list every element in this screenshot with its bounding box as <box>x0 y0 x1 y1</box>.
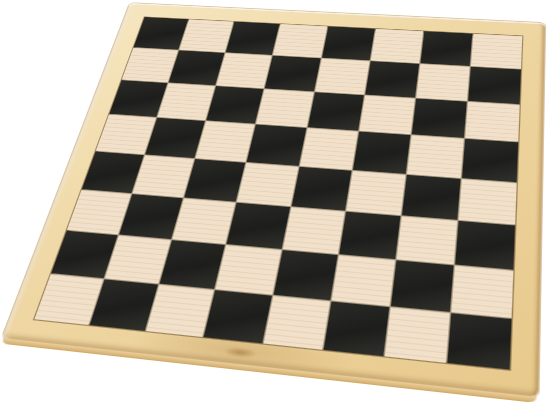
square-e7[interactable] <box>314 58 369 94</box>
square-g7[interactable] <box>416 64 470 101</box>
square-d8[interactable] <box>273 24 326 58</box>
square-h8[interactable] <box>471 34 523 69</box>
square-c7[interactable] <box>216 53 272 88</box>
square-f1[interactable] <box>323 301 389 356</box>
square-e6[interactable] <box>307 92 363 131</box>
square-f2[interactable] <box>331 255 395 306</box>
square-d2[interactable] <box>216 245 281 295</box>
square-h7[interactable] <box>468 67 521 104</box>
game-board <box>2 3 545 397</box>
square-f6[interactable] <box>359 96 415 135</box>
square-f3[interactable] <box>339 211 401 259</box>
square-g1[interactable] <box>384 307 449 363</box>
square-e5[interactable] <box>299 128 357 169</box>
square-h6[interactable] <box>465 102 520 142</box>
square-c5[interactable] <box>196 121 255 161</box>
square-f7[interactable] <box>365 61 419 98</box>
square-g4[interactable] <box>402 174 461 219</box>
wood-knot <box>216 343 264 361</box>
board-frame <box>2 3 545 397</box>
square-h3[interactable] <box>455 221 515 270</box>
square-g3[interactable] <box>396 216 457 264</box>
square-b8[interactable] <box>179 19 233 52</box>
square-g2[interactable] <box>391 260 454 312</box>
square-d1[interactable] <box>204 290 271 343</box>
board-grid <box>34 17 522 370</box>
square-d6[interactable] <box>256 89 313 127</box>
square-c3[interactable] <box>173 198 236 244</box>
square-d4[interactable] <box>237 162 298 205</box>
square-c6[interactable] <box>206 86 263 124</box>
square-d3[interactable] <box>227 202 290 248</box>
square-c4[interactable] <box>185 159 246 202</box>
square-f5[interactable] <box>353 132 411 174</box>
square-b5[interactable] <box>145 118 205 158</box>
square-h4[interactable] <box>458 179 516 225</box>
square-g8[interactable] <box>420 31 472 66</box>
square-e1[interactable] <box>263 296 330 350</box>
square-g5[interactable] <box>407 135 464 177</box>
square-c8[interactable] <box>226 22 280 55</box>
square-c1[interactable] <box>146 285 214 337</box>
square-b6[interactable] <box>157 83 215 120</box>
square-b7[interactable] <box>169 50 225 85</box>
square-e8[interactable] <box>321 26 374 60</box>
photo-background <box>0 0 550 402</box>
square-c2[interactable] <box>160 240 226 289</box>
square-g6[interactable] <box>411 99 466 138</box>
square-h1[interactable] <box>447 313 512 370</box>
square-f4[interactable] <box>346 170 406 214</box>
square-e2[interactable] <box>273 250 337 300</box>
square-d7[interactable] <box>265 56 320 92</box>
square-e4[interactable] <box>291 166 351 210</box>
square-h2[interactable] <box>451 265 513 318</box>
square-f8[interactable] <box>370 29 423 63</box>
square-d5[interactable] <box>247 125 306 166</box>
square-e3[interactable] <box>282 207 344 254</box>
square-h5[interactable] <box>462 139 518 182</box>
